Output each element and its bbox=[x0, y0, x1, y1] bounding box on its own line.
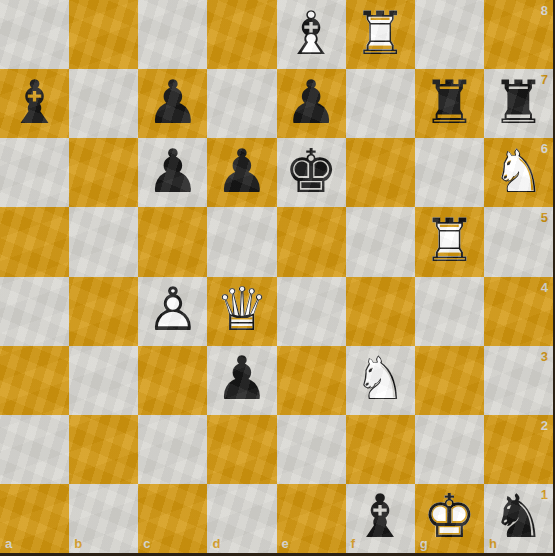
square-b7[interactable] bbox=[69, 69, 138, 138]
black-bishop-icon[interactable]: ♝ bbox=[346, 482, 415, 551]
white-king-icon[interactable]: ♚♔ bbox=[415, 482, 484, 551]
square-a6[interactable] bbox=[0, 138, 69, 207]
square-g7[interactable]: ♜ bbox=[415, 69, 484, 138]
piece-outline: ♖ bbox=[415, 205, 484, 274]
square-h3[interactable]: 3 bbox=[484, 346, 553, 415]
square-c5[interactable] bbox=[138, 207, 207, 276]
square-f2[interactable] bbox=[346, 415, 415, 484]
piece-outline: ♖ bbox=[346, 0, 415, 67]
rank-label-2: 2 bbox=[541, 419, 548, 432]
file-label-e: e bbox=[282, 537, 289, 550]
square-e3[interactable] bbox=[277, 346, 346, 415]
square-g6[interactable] bbox=[415, 138, 484, 207]
black-pawn-icon[interactable]: ♟ bbox=[207, 136, 276, 205]
square-f6[interactable] bbox=[346, 138, 415, 207]
square-c6[interactable]: ♟ bbox=[138, 138, 207, 207]
square-h6[interactable]: 6♞♘ bbox=[484, 138, 553, 207]
square-h5[interactable]: 5 bbox=[484, 207, 553, 276]
square-h8[interactable]: 8 bbox=[484, 0, 553, 69]
square-b8[interactable] bbox=[69, 0, 138, 69]
square-e6[interactable]: ♚ bbox=[277, 138, 346, 207]
file-label-a: a bbox=[5, 537, 12, 550]
square-d4[interactable]: ♛♕ bbox=[207, 277, 276, 346]
square-c1[interactable]: c bbox=[138, 484, 207, 553]
square-f5[interactable] bbox=[346, 207, 415, 276]
file-label-b: b bbox=[74, 537, 82, 550]
black-pawn-icon[interactable]: ♟ bbox=[277, 67, 346, 136]
square-g2[interactable] bbox=[415, 415, 484, 484]
white-knight-icon[interactable]: ♞♘ bbox=[484, 136, 553, 205]
square-f4[interactable] bbox=[346, 277, 415, 346]
white-knight-icon[interactable]: ♞♘ bbox=[346, 344, 415, 413]
piece-outline: ♕ bbox=[207, 275, 276, 344]
rank-label-5: 5 bbox=[541, 211, 548, 224]
square-e4[interactable] bbox=[277, 277, 346, 346]
piece-outline: ♘ bbox=[484, 136, 553, 205]
square-e8[interactable]: ♝♗ bbox=[277, 0, 346, 69]
square-d2[interactable] bbox=[207, 415, 276, 484]
square-g5[interactable]: ♜♖ bbox=[415, 207, 484, 276]
square-b4[interactable] bbox=[69, 277, 138, 346]
black-knight-icon[interactable]: ♞ bbox=[484, 482, 553, 551]
square-f7[interactable] bbox=[346, 69, 415, 138]
square-e7[interactable]: ♟ bbox=[277, 69, 346, 138]
white-rook-icon[interactable]: ♜♖ bbox=[346, 0, 415, 67]
black-king-icon[interactable]: ♚ bbox=[277, 136, 346, 205]
file-label-d: d bbox=[212, 537, 220, 550]
black-pawn-icon[interactable]: ♟ bbox=[138, 67, 207, 136]
square-c4[interactable]: ♟♙ bbox=[138, 277, 207, 346]
square-c3[interactable] bbox=[138, 346, 207, 415]
square-d1[interactable]: d bbox=[207, 484, 276, 553]
square-e1[interactable]: e bbox=[277, 484, 346, 553]
white-pawn-icon[interactable]: ♟♙ bbox=[138, 275, 207, 344]
square-h7[interactable]: 7♜ bbox=[484, 69, 553, 138]
chess-board: ♝♗♜♖8♝♟♟♜7♜♟♟♚6♞♘♜♖5♟♙♛♕4♟♞♘32abcdef♝g♚♔… bbox=[0, 0, 553, 553]
square-c8[interactable] bbox=[138, 0, 207, 69]
square-g3[interactable] bbox=[415, 346, 484, 415]
square-d8[interactable] bbox=[207, 0, 276, 69]
black-rook-icon[interactable]: ♜ bbox=[415, 67, 484, 136]
square-h2[interactable]: 2 bbox=[484, 415, 553, 484]
rank-label-4: 4 bbox=[541, 281, 548, 294]
square-d3[interactable]: ♟ bbox=[207, 346, 276, 415]
square-h1[interactable]: 1h♞ bbox=[484, 484, 553, 553]
square-a2[interactable] bbox=[0, 415, 69, 484]
square-a7[interactable]: ♝ bbox=[0, 69, 69, 138]
square-b2[interactable] bbox=[69, 415, 138, 484]
piece-outline: ♗ bbox=[277, 0, 346, 67]
white-queen-icon[interactable]: ♛♕ bbox=[207, 275, 276, 344]
square-f8[interactable]: ♜♖ bbox=[346, 0, 415, 69]
piece-outline: ♘ bbox=[346, 344, 415, 413]
file-label-c: c bbox=[143, 537, 150, 550]
piece-outline: ♙ bbox=[138, 275, 207, 344]
black-pawn-icon[interactable]: ♟ bbox=[138, 136, 207, 205]
black-rook-icon[interactable]: ♜ bbox=[484, 67, 553, 136]
board-container: ♝♗♜♖8♝♟♟♜7♜♟♟♚6♞♘♜♖5♟♙♛♕4♟♞♘32abcdef♝g♚♔… bbox=[0, 0, 555, 556]
piece-outline: ♔ bbox=[415, 482, 484, 551]
square-c2[interactable] bbox=[138, 415, 207, 484]
black-bishop-icon[interactable]: ♝ bbox=[0, 67, 69, 136]
square-a1[interactable]: a bbox=[0, 484, 69, 553]
square-a8[interactable] bbox=[0, 0, 69, 69]
square-g4[interactable] bbox=[415, 277, 484, 346]
square-d5[interactable] bbox=[207, 207, 276, 276]
square-f1[interactable]: f♝ bbox=[346, 484, 415, 553]
square-d7[interactable] bbox=[207, 69, 276, 138]
square-c7[interactable]: ♟ bbox=[138, 69, 207, 138]
rank-label-8: 8 bbox=[541, 4, 548, 17]
white-rook-icon[interactable]: ♜♖ bbox=[415, 205, 484, 274]
square-b1[interactable]: b bbox=[69, 484, 138, 553]
black-pawn-icon[interactable]: ♟ bbox=[207, 344, 276, 413]
square-a5[interactable] bbox=[0, 207, 69, 276]
square-a3[interactable] bbox=[0, 346, 69, 415]
square-e5[interactable] bbox=[277, 207, 346, 276]
square-f3[interactable]: ♞♘ bbox=[346, 346, 415, 415]
square-b3[interactable] bbox=[69, 346, 138, 415]
square-e2[interactable] bbox=[277, 415, 346, 484]
square-d6[interactable]: ♟ bbox=[207, 138, 276, 207]
white-bishop-icon[interactable]: ♝♗ bbox=[277, 0, 346, 67]
square-g8[interactable] bbox=[415, 0, 484, 69]
square-b5[interactable] bbox=[69, 207, 138, 276]
square-b6[interactable] bbox=[69, 138, 138, 207]
rank-label-3: 3 bbox=[541, 350, 548, 363]
square-a4[interactable] bbox=[0, 277, 69, 346]
square-h4[interactable]: 4 bbox=[484, 277, 553, 346]
square-g1[interactable]: g♚♔ bbox=[415, 484, 484, 553]
